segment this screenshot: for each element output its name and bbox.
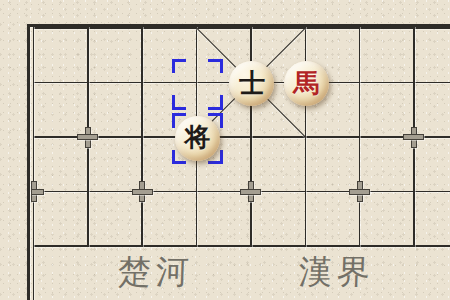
- piece-red-horse[interactable]: 馬: [284, 61, 329, 106]
- point-marker: [349, 181, 370, 202]
- rank-line: [34, 245, 450, 247]
- xiangqi-board: 将士馬 楚河 漢界: [0, 0, 450, 300]
- point-marker: [23, 181, 44, 202]
- piece-glyph: 馬: [293, 71, 319, 97]
- point-marker: [132, 181, 153, 202]
- file-line: [33, 27, 35, 300]
- river-label-right: 漢界: [298, 253, 375, 291]
- last-move-marker-from: [172, 59, 223, 110]
- file-line: [141, 27, 143, 247]
- piece-glyph: 士: [239, 71, 265, 97]
- piece-black-general[interactable]: 将: [175, 116, 220, 161]
- river-label-left: 楚河: [117, 253, 194, 291]
- point-marker: [77, 127, 98, 148]
- point-marker: [403, 127, 424, 148]
- file-line: [359, 27, 361, 247]
- piece-glyph: 将: [185, 125, 211, 151]
- point-marker: [240, 181, 261, 202]
